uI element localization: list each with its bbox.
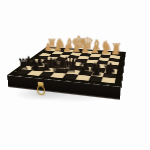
piece-glyph: ♜ xyxy=(95,64,122,81)
brass-latch-icon xyxy=(36,81,46,97)
chess-board-box: hgfedcba 12345678 ♜♞♝♚♛♝♞♜♟♟♟♟♟♟♟♟♟♟♟♟♟♟… xyxy=(7,47,126,87)
piece-glyph: ♟ xyxy=(105,46,126,57)
latch-ring xyxy=(36,85,44,96)
rank-label: 1 xyxy=(45,49,47,50)
rank-label: 2 xyxy=(41,51,43,52)
